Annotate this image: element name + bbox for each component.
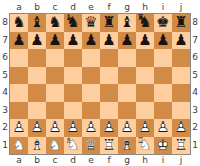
piece-white-pawn: ♙ [154, 119, 172, 137]
piece-black-king: ♚ [154, 14, 172, 32]
square-c7[interactable]: ♟ [46, 32, 64, 50]
rank-label-5: 5 [190, 67, 200, 85]
file-label-b: b [28, 154, 46, 166]
file-label-e: e [82, 154, 100, 166]
square-j1[interactable]: ♜♖ [172, 137, 190, 155]
square-g5[interactable] [118, 67, 136, 85]
square-f1[interactable]: ♜♖ [100, 137, 118, 155]
rank-label-2: 2 [190, 119, 200, 137]
rank-label-2: 2 [0, 119, 10, 137]
piece-silhouette: ♟ [154, 119, 172, 137]
square-d1[interactable]: ♞♘♗ [64, 137, 82, 155]
square-e7[interactable]: ♟ [82, 32, 100, 50]
square-g1[interactable]: ♝♗ [118, 137, 136, 155]
file-label-b: b [28, 0, 46, 14]
piece-silhouette: ♚ [154, 137, 172, 155]
file-label-i: i [154, 154, 172, 166]
square-i5[interactable] [154, 67, 172, 85]
chancellor-badge-icon: ♜ [137, 14, 144, 22]
square-i4[interactable] [154, 84, 172, 102]
square-j8[interactable]: ♜ [172, 14, 190, 32]
piece-black-pawn: ♟ [28, 32, 46, 50]
square-a4[interactable] [10, 84, 28, 102]
piece-black-pawn: ♟ [136, 32, 154, 50]
file-label-j: j [172, 0, 190, 14]
square-e1[interactable]: ♛♕ [82, 137, 100, 155]
archbishop-badge-icon: ♝ [65, 14, 72, 22]
piece-black-pawn: ♟ [154, 32, 172, 50]
square-b8[interactable]: ♝ [28, 14, 46, 32]
piece-black-pawn: ♟ [118, 32, 136, 50]
square-d2[interactable]: ♟♙ [64, 119, 82, 137]
square-i2[interactable]: ♟♙ [154, 119, 172, 137]
square-j5[interactable] [172, 67, 190, 85]
square-a5[interactable] [10, 67, 28, 85]
file-label-d: d [64, 0, 82, 14]
square-a1[interactable]: ♞♘ [10, 137, 28, 155]
square-a8[interactable]: ♞ [10, 14, 28, 32]
square-e2[interactable]: ♟♙ [82, 119, 100, 137]
file-label-h: h [136, 0, 154, 14]
square-g2[interactable]: ♟♙ [118, 119, 136, 137]
piece-black-knight: ♞ [46, 14, 64, 32]
square-i7[interactable]: ♟ [154, 32, 172, 50]
piece-black-bishop: ♝ [118, 14, 136, 32]
piece-silhouette: ♟ [100, 119, 118, 137]
square-a3[interactable] [10, 102, 28, 120]
piece-silhouette: ♛ [82, 137, 100, 155]
rank-label-7: 7 [190, 32, 200, 50]
piece-black-pawn: ♟ [10, 32, 28, 50]
piece-white-archbishop: ♘ [64, 137, 82, 155]
rank-label-1: 1 [190, 137, 200, 155]
piece-white-pawn: ♙ [82, 119, 100, 137]
piece-silhouette: ♞ [64, 137, 82, 155]
file-label-c: c [46, 0, 64, 14]
square-d5[interactable] [64, 67, 82, 85]
square-g7[interactable]: ♟ [118, 32, 136, 50]
rank-label-3: 3 [190, 102, 200, 120]
square-f3[interactable] [100, 102, 118, 120]
piece-black-rook: ♜ [100, 14, 118, 32]
square-g8[interactable]: ♝ [118, 14, 136, 32]
square-i1[interactable]: ♚♔ [154, 137, 172, 155]
square-d4[interactable] [64, 84, 82, 102]
file-labels-top: abcdefghij [10, 0, 190, 14]
square-f5[interactable] [100, 67, 118, 85]
square-f7[interactable]: ♟ [100, 32, 118, 50]
piece-black-bishop: ♝ [28, 14, 46, 32]
square-h7[interactable]: ♟ [136, 32, 154, 50]
piece-black-knight: ♞ [10, 14, 28, 32]
piece-white-chancellor: ♘ [136, 137, 154, 155]
square-c1[interactable]: ♞♘ [46, 137, 64, 155]
rank-label-6: 6 [190, 49, 200, 67]
square-b1[interactable]: ♝♗ [28, 137, 46, 155]
square-c5[interactable] [46, 67, 64, 85]
square-f2[interactable]: ♟♙ [100, 119, 118, 137]
file-label-h: h [136, 154, 154, 166]
piece-black-pawn: ♟ [64, 32, 82, 50]
square-h6[interactable] [136, 49, 154, 67]
file-label-f: f [100, 154, 118, 166]
square-a7[interactable]: ♟ [10, 32, 28, 50]
piece-black-chancellor: ♞ [136, 14, 154, 32]
square-c4[interactable] [46, 84, 64, 102]
piece-white-pawn: ♙ [10, 119, 28, 137]
piece-white-bishop: ♗ [28, 137, 46, 155]
square-e6[interactable] [82, 49, 100, 67]
piece-black-pawn: ♟ [100, 32, 118, 50]
square-h5[interactable] [136, 67, 154, 85]
square-j4[interactable] [172, 84, 190, 102]
square-f8[interactable]: ♜ [100, 14, 118, 32]
rank-labels-left: 87654321 [0, 14, 10, 154]
square-b6[interactable] [28, 49, 46, 67]
square-i8[interactable]: ♚ [154, 14, 172, 32]
square-g3[interactable] [118, 102, 136, 120]
rank-label-6: 6 [0, 49, 10, 67]
square-g4[interactable] [118, 84, 136, 102]
square-d7[interactable]: ♟ [64, 32, 82, 50]
rank-label-4: 4 [190, 84, 200, 102]
piece-white-rook: ♖ [172, 137, 190, 155]
square-j7[interactable]: ♟ [172, 32, 190, 50]
piece-white-bishop: ♗ [118, 137, 136, 155]
square-h2[interactable]: ♟♙ [136, 119, 154, 137]
file-labels-bottom: abcdefghij [10, 154, 190, 166]
piece-white-knight: ♘ [46, 137, 64, 155]
piece-silhouette: ♜ [172, 137, 190, 155]
file-label-g: g [118, 0, 136, 14]
square-b4[interactable] [28, 84, 46, 102]
square-e5[interactable] [82, 67, 100, 85]
piece-black-pawn: ♟ [82, 32, 100, 50]
piece-silhouette: ♟ [46, 119, 64, 137]
piece-white-pawn: ♙ [172, 119, 190, 137]
piece-silhouette: ♝ [118, 137, 136, 155]
piece-silhouette: ♟ [82, 119, 100, 137]
square-h1[interactable]: ♞♘♖ [136, 137, 154, 155]
piece-silhouette: ♞ [46, 137, 64, 155]
piece-silhouette: ♟ [64, 119, 82, 137]
square-i3[interactable] [154, 102, 172, 120]
piece-black-pawn: ♟ [172, 32, 190, 50]
square-j6[interactable] [172, 49, 190, 67]
piece-white-knight: ♘ [10, 137, 28, 155]
piece-white-pawn: ♙ [46, 119, 64, 137]
piece-silhouette: ♟ [136, 119, 154, 137]
chancellor-badge-icon: ♖ [137, 137, 144, 145]
file-label-f: f [100, 0, 118, 14]
square-c6[interactable] [46, 49, 64, 67]
rank-label-7: 7 [0, 32, 10, 50]
file-label-d: d [64, 154, 82, 166]
square-e3[interactable] [82, 102, 100, 120]
square-e8[interactable]: ♛ [82, 14, 100, 32]
square-i6[interactable] [154, 49, 172, 67]
piece-silhouette: ♞ [136, 137, 154, 155]
square-b2[interactable]: ♟♙ [28, 119, 46, 137]
chess-variant-diagram: abcdefghij 87654321 ♞♝♞♞♝♛♜♝♞♜♚♜♟♟♟♟♟♟♟♟… [0, 0, 200, 166]
piece-silhouette: ♟ [28, 119, 46, 137]
square-h3[interactable] [136, 102, 154, 120]
square-h8[interactable]: ♞♜ [136, 14, 154, 32]
square-b7[interactable]: ♟ [28, 32, 46, 50]
piece-silhouette: ♟ [172, 119, 190, 137]
rank-label-8: 8 [0, 14, 10, 32]
file-label-j: j [172, 154, 190, 166]
piece-black-rook: ♜ [172, 14, 190, 32]
rank-label-1: 1 [0, 137, 10, 155]
piece-white-pawn: ♙ [118, 119, 136, 137]
square-j3[interactable] [172, 102, 190, 120]
archbishop-badge-icon: ♗ [65, 137, 72, 145]
square-f6[interactable] [100, 49, 118, 67]
file-label-c: c [46, 154, 64, 166]
rank-label-5: 5 [0, 67, 10, 85]
piece-silhouette: ♝ [28, 137, 46, 155]
square-g6[interactable] [118, 49, 136, 67]
square-a6[interactable] [10, 49, 28, 67]
square-b5[interactable] [28, 67, 46, 85]
square-j2[interactable]: ♟♙ [172, 119, 190, 137]
rank-label-3: 3 [0, 102, 10, 120]
file-label-e: e [82, 0, 100, 14]
file-label-a: a [10, 0, 28, 14]
rank-labels-right: 87654321 [190, 14, 200, 154]
piece-silhouette: ♞ [10, 137, 28, 155]
piece-white-rook: ♖ [100, 137, 118, 155]
piece-white-pawn: ♙ [64, 119, 82, 137]
piece-white-pawn: ♙ [136, 119, 154, 137]
square-d3[interactable] [64, 102, 82, 120]
piece-white-pawn: ♙ [28, 119, 46, 137]
square-a2[interactable]: ♟♙ [10, 119, 28, 137]
rank-label-4: 4 [0, 84, 10, 102]
piece-silhouette: ♜ [100, 137, 118, 155]
piece-silhouette: ♟ [118, 119, 136, 137]
square-e4[interactable] [82, 84, 100, 102]
piece-black-pawn: ♟ [46, 32, 64, 50]
square-c3[interactable] [46, 102, 64, 120]
piece-black-queen: ♛ [82, 14, 100, 32]
piece-black-archbishop: ♞ [64, 14, 82, 32]
piece-white-queen: ♕ [82, 137, 100, 155]
file-label-a: a [10, 154, 28, 166]
piece-silhouette: ♟ [10, 119, 28, 137]
square-h4[interactable] [136, 84, 154, 102]
square-d6[interactable] [64, 49, 82, 67]
square-d8[interactable]: ♞♝ [64, 14, 82, 32]
square-f4[interactable] [100, 84, 118, 102]
file-label-g: g [118, 154, 136, 166]
piece-white-pawn: ♙ [100, 119, 118, 137]
file-label-i: i [154, 0, 172, 14]
square-c2[interactable]: ♟♙ [46, 119, 64, 137]
square-b3[interactable] [28, 102, 46, 120]
rank-label-8: 8 [190, 14, 200, 32]
square-c8[interactable]: ♞ [46, 14, 64, 32]
piece-white-king: ♔ [154, 137, 172, 155]
board: ♞♝♞♞♝♛♜♝♞♜♚♜♟♟♟♟♟♟♟♟♟♟♟♙♟♙♟♙♟♙♟♙♟♙♟♙♟♙♟♙… [10, 14, 190, 154]
